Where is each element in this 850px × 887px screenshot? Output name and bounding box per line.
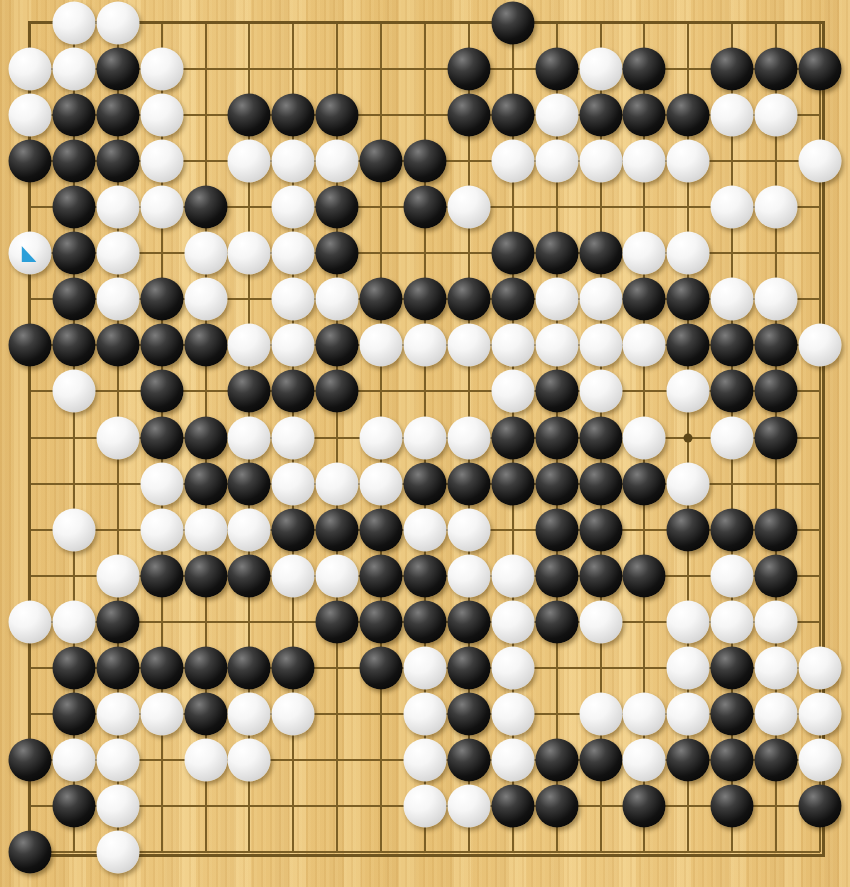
black-stone[interactable]: [184, 186, 227, 229]
white-stone[interactable]: [755, 600, 798, 643]
white-stone[interactable]: [184, 232, 227, 275]
white-stone[interactable]: [755, 186, 798, 229]
white-stone[interactable]: [579, 48, 622, 91]
white-stone[interactable]: [799, 646, 842, 689]
black-stone[interactable]: [623, 462, 666, 505]
black-stone[interactable]: [9, 738, 52, 781]
white-stone[interactable]: [228, 508, 271, 551]
black-stone[interactable]: [228, 370, 271, 413]
black-stone[interactable]: [360, 278, 403, 321]
white-stone[interactable]: [623, 692, 666, 735]
black-stone[interactable]: [184, 646, 227, 689]
black-stone[interactable]: [184, 324, 227, 367]
black-stone[interactable]: [96, 94, 139, 137]
white-stone[interactable]: [667, 140, 710, 183]
white-stone[interactable]: [228, 416, 271, 459]
white-stone[interactable]: [491, 554, 534, 597]
white-stone[interactable]: [228, 140, 271, 183]
black-stone[interactable]: [667, 508, 710, 551]
black-stone[interactable]: [140, 416, 183, 459]
black-stone[interactable]: [755, 370, 798, 413]
white-stone[interactable]: [491, 738, 534, 781]
white-stone[interactable]: [316, 278, 359, 321]
white-stone[interactable]: [491, 646, 534, 689]
white-stone[interactable]: [9, 600, 52, 643]
black-stone[interactable]: [447, 48, 490, 91]
white-stone[interactable]: [52, 48, 95, 91]
white-stone[interactable]: [667, 600, 710, 643]
black-stone[interactable]: [228, 646, 271, 689]
white-stone[interactable]: [96, 692, 139, 735]
white-stone[interactable]: [52, 508, 95, 551]
black-stone[interactable]: [623, 94, 666, 137]
black-stone[interactable]: [667, 738, 710, 781]
black-stone[interactable]: [140, 554, 183, 597]
black-stone[interactable]: [447, 600, 490, 643]
black-stone[interactable]: [447, 738, 490, 781]
white-stone[interactable]: [447, 324, 490, 367]
white-stone[interactable]: [272, 232, 315, 275]
black-stone[interactable]: [711, 48, 754, 91]
black-stone[interactable]: [711, 785, 754, 828]
black-stone[interactable]: [667, 324, 710, 367]
black-stone[interactable]: [52, 692, 95, 735]
black-stone[interactable]: [491, 278, 534, 321]
white-stone[interactable]: [272, 278, 315, 321]
white-stone[interactable]: [96, 416, 139, 459]
white-stone[interactable]: [579, 278, 622, 321]
white-stone[interactable]: [711, 186, 754, 229]
black-stone[interactable]: [52, 232, 95, 275]
black-stone[interactable]: [52, 646, 95, 689]
white-stone[interactable]: [140, 462, 183, 505]
white-stone[interactable]: [579, 324, 622, 367]
black-stone[interactable]: [535, 370, 578, 413]
black-stone[interactable]: [579, 554, 622, 597]
black-stone[interactable]: [272, 94, 315, 137]
black-stone[interactable]: [140, 370, 183, 413]
black-stone[interactable]: [491, 2, 534, 45]
white-stone[interactable]: [140, 186, 183, 229]
white-stone[interactable]: [667, 370, 710, 413]
white-stone[interactable]: [711, 278, 754, 321]
black-stone[interactable]: [96, 324, 139, 367]
black-stone[interactable]: [52, 186, 95, 229]
white-stone[interactable]: [228, 232, 271, 275]
black-stone[interactable]: [491, 785, 534, 828]
black-stone[interactable]: [404, 278, 447, 321]
black-stone[interactable]: [755, 48, 798, 91]
white-stone[interactable]: [579, 370, 622, 413]
white-stone[interactable]: [711, 554, 754, 597]
white-stone[interactable]: [491, 370, 534, 413]
white-stone[interactable]: [272, 554, 315, 597]
black-stone[interactable]: [404, 554, 447, 597]
white-stone[interactable]: [228, 692, 271, 735]
black-stone[interactable]: [799, 785, 842, 828]
black-stone[interactable]: [96, 600, 139, 643]
black-stone[interactable]: [535, 785, 578, 828]
black-stone[interactable]: [96, 140, 139, 183]
black-stone[interactable]: [667, 94, 710, 137]
white-stone[interactable]: [184, 738, 227, 781]
white-stone[interactable]: [535, 94, 578, 137]
white-stone[interactable]: [272, 462, 315, 505]
white-stone[interactable]: [316, 554, 359, 597]
black-stone[interactable]: [184, 692, 227, 735]
black-stone[interactable]: [447, 646, 490, 689]
black-stone[interactable]: [140, 646, 183, 689]
white-stone[interactable]: [316, 462, 359, 505]
white-stone[interactable]: [404, 692, 447, 735]
black-stone[interactable]: [447, 278, 490, 321]
black-stone[interactable]: [447, 692, 490, 735]
white-stone[interactable]: [272, 186, 315, 229]
white-stone[interactable]: [799, 140, 842, 183]
black-stone[interactable]: [491, 416, 534, 459]
white-stone[interactable]: [140, 94, 183, 137]
white-stone[interactable]: [799, 738, 842, 781]
white-stone[interactable]: [9, 48, 52, 91]
black-stone[interactable]: [184, 462, 227, 505]
white-stone[interactable]: [535, 324, 578, 367]
white-stone[interactable]: [404, 324, 447, 367]
black-stone[interactable]: [316, 370, 359, 413]
white-stone[interactable]: [96, 186, 139, 229]
black-stone[interactable]: [579, 462, 622, 505]
white-stone[interactable]: [272, 324, 315, 367]
go-board[interactable]: [0, 0, 850, 887]
white-stone[interactable]: [96, 785, 139, 828]
black-stone[interactable]: [579, 416, 622, 459]
black-stone[interactable]: [228, 554, 271, 597]
black-stone[interactable]: [711, 646, 754, 689]
white-stone[interactable]: [360, 462, 403, 505]
black-stone[interactable]: [535, 232, 578, 275]
black-stone[interactable]: [140, 324, 183, 367]
white-stone[interactable]: [447, 785, 490, 828]
black-stone[interactable]: [404, 600, 447, 643]
white-stone[interactable]: [755, 94, 798, 137]
white-stone[interactable]: [491, 140, 534, 183]
black-stone[interactable]: [52, 785, 95, 828]
white-stone[interactable]: [140, 508, 183, 551]
white-stone[interactable]: [491, 324, 534, 367]
black-stone[interactable]: [140, 278, 183, 321]
white-stone[interactable]: [272, 692, 315, 735]
black-stone[interactable]: [535, 462, 578, 505]
white-stone[interactable]: [755, 278, 798, 321]
white-stone[interactable]: [579, 140, 622, 183]
white-stone[interactable]: [96, 554, 139, 597]
black-stone[interactable]: [316, 600, 359, 643]
black-stone[interactable]: [491, 232, 534, 275]
white-stone[interactable]: [491, 692, 534, 735]
black-stone[interactable]: [755, 416, 798, 459]
white-stone[interactable]: [140, 140, 183, 183]
white-stone[interactable]: [184, 508, 227, 551]
black-stone[interactable]: [579, 232, 622, 275]
white-stone[interactable]: [579, 600, 622, 643]
white-stone[interactable]: [623, 140, 666, 183]
black-stone[interactable]: [316, 186, 359, 229]
white-stone[interactable]: [799, 324, 842, 367]
white-stone[interactable]: [404, 785, 447, 828]
black-stone[interactable]: [272, 646, 315, 689]
black-stone[interactable]: [623, 554, 666, 597]
white-stone[interactable]: [96, 232, 139, 275]
white-stone[interactable]: [579, 692, 622, 735]
white-stone[interactable]: [404, 508, 447, 551]
black-stone[interactable]: [535, 508, 578, 551]
black-stone[interactable]: [52, 94, 95, 137]
black-stone[interactable]: [579, 508, 622, 551]
white-stone[interactable]: [404, 646, 447, 689]
black-stone[interactable]: [579, 738, 622, 781]
black-stone[interactable]: [711, 692, 754, 735]
white-stone[interactable]: [52, 2, 95, 45]
white-stone[interactable]: [623, 416, 666, 459]
black-stone[interactable]: [491, 462, 534, 505]
star-point: [684, 433, 693, 442]
white-stone[interactable]: [9, 94, 52, 137]
black-stone[interactable]: [447, 462, 490, 505]
black-stone[interactable]: [9, 140, 52, 183]
black-stone[interactable]: [404, 462, 447, 505]
white-stone[interactable]: [272, 416, 315, 459]
black-stone[interactable]: [491, 94, 534, 137]
black-stone[interactable]: [9, 324, 52, 367]
black-stone[interactable]: [316, 508, 359, 551]
white-stone[interactable]: [96, 278, 139, 321]
white-stone[interactable]: [755, 692, 798, 735]
white-stone[interactable]: [272, 140, 315, 183]
black-stone[interactable]: [316, 232, 359, 275]
black-stone[interactable]: [52, 140, 95, 183]
white-stone[interactable]: [52, 370, 95, 413]
black-stone[interactable]: [52, 278, 95, 321]
last-move-marker-icon: [19, 245, 38, 263]
white-stone[interactable]: [404, 738, 447, 781]
black-stone[interactable]: [755, 508, 798, 551]
go-app-window: [0, 0, 850, 887]
white-stone[interactable]: [711, 94, 754, 137]
white-stone[interactable]: [52, 600, 95, 643]
white-stone[interactable]: [447, 186, 490, 229]
white-stone[interactable]: [799, 692, 842, 735]
black-stone[interactable]: [184, 416, 227, 459]
black-stone[interactable]: [711, 324, 754, 367]
black-stone[interactable]: [360, 140, 403, 183]
black-stone[interactable]: [272, 370, 315, 413]
black-stone[interactable]: [711, 738, 754, 781]
white-stone[interactable]: [447, 508, 490, 551]
white-stone[interactable]: [447, 416, 490, 459]
black-stone[interactable]: [711, 370, 754, 413]
white-stone[interactable]: [140, 48, 183, 91]
black-stone[interactable]: [755, 554, 798, 597]
white-stone[interactable]: [711, 600, 754, 643]
white-stone[interactable]: [228, 324, 271, 367]
white-stone[interactable]: [360, 416, 403, 459]
black-stone[interactable]: [272, 508, 315, 551]
black-stone[interactable]: [404, 140, 447, 183]
black-stone[interactable]: [96, 48, 139, 91]
black-stone[interactable]: [623, 48, 666, 91]
white-stone[interactable]: [360, 324, 403, 367]
white-stone[interactable]: [228, 738, 271, 781]
black-stone[interactable]: [535, 48, 578, 91]
black-stone[interactable]: [9, 831, 52, 874]
white-stone[interactable]: [667, 646, 710, 689]
black-stone[interactable]: [316, 94, 359, 137]
black-stone[interactable]: [579, 94, 622, 137]
white-stone[interactable]: [667, 232, 710, 275]
white-stone[interactable]: [623, 738, 666, 781]
white-stone[interactable]: [711, 416, 754, 459]
white-stone[interactable]: [96, 738, 139, 781]
black-stone[interactable]: [228, 462, 271, 505]
white-stone[interactable]: [96, 2, 139, 45]
black-stone[interactable]: [535, 554, 578, 597]
black-stone[interactable]: [535, 600, 578, 643]
black-stone[interactable]: [623, 785, 666, 828]
black-stone[interactable]: [184, 554, 227, 597]
white-stone[interactable]: [623, 232, 666, 275]
black-stone[interactable]: [52, 324, 95, 367]
white-stone[interactable]: [447, 554, 490, 597]
black-stone[interactable]: [535, 738, 578, 781]
black-stone[interactable]: [799, 48, 842, 91]
white-stone[interactable]: [9, 232, 52, 275]
white-stone[interactable]: [404, 416, 447, 459]
white-stone[interactable]: [623, 324, 666, 367]
black-stone[interactable]: [96, 646, 139, 689]
black-stone[interactable]: [404, 186, 447, 229]
white-stone[interactable]: [667, 692, 710, 735]
black-stone[interactable]: [667, 278, 710, 321]
black-stone[interactable]: [755, 738, 798, 781]
black-stone[interactable]: [447, 94, 490, 137]
white-stone[interactable]: [535, 140, 578, 183]
black-stone[interactable]: [360, 646, 403, 689]
white-stone[interactable]: [535, 278, 578, 321]
black-stone[interactable]: [228, 94, 271, 137]
white-stone[interactable]: [491, 600, 534, 643]
white-stone[interactable]: [755, 646, 798, 689]
white-stone[interactable]: [316, 140, 359, 183]
black-stone[interactable]: [316, 324, 359, 367]
white-stone[interactable]: [52, 738, 95, 781]
white-stone[interactable]: [96, 831, 139, 874]
white-stone[interactable]: [667, 462, 710, 505]
black-stone[interactable]: [711, 508, 754, 551]
black-stone[interactable]: [360, 508, 403, 551]
white-stone[interactable]: [184, 278, 227, 321]
black-stone[interactable]: [755, 324, 798, 367]
black-stone[interactable]: [623, 278, 666, 321]
white-stone[interactable]: [140, 692, 183, 735]
black-stone[interactable]: [535, 416, 578, 459]
black-stone[interactable]: [360, 554, 403, 597]
black-stone[interactable]: [360, 600, 403, 643]
